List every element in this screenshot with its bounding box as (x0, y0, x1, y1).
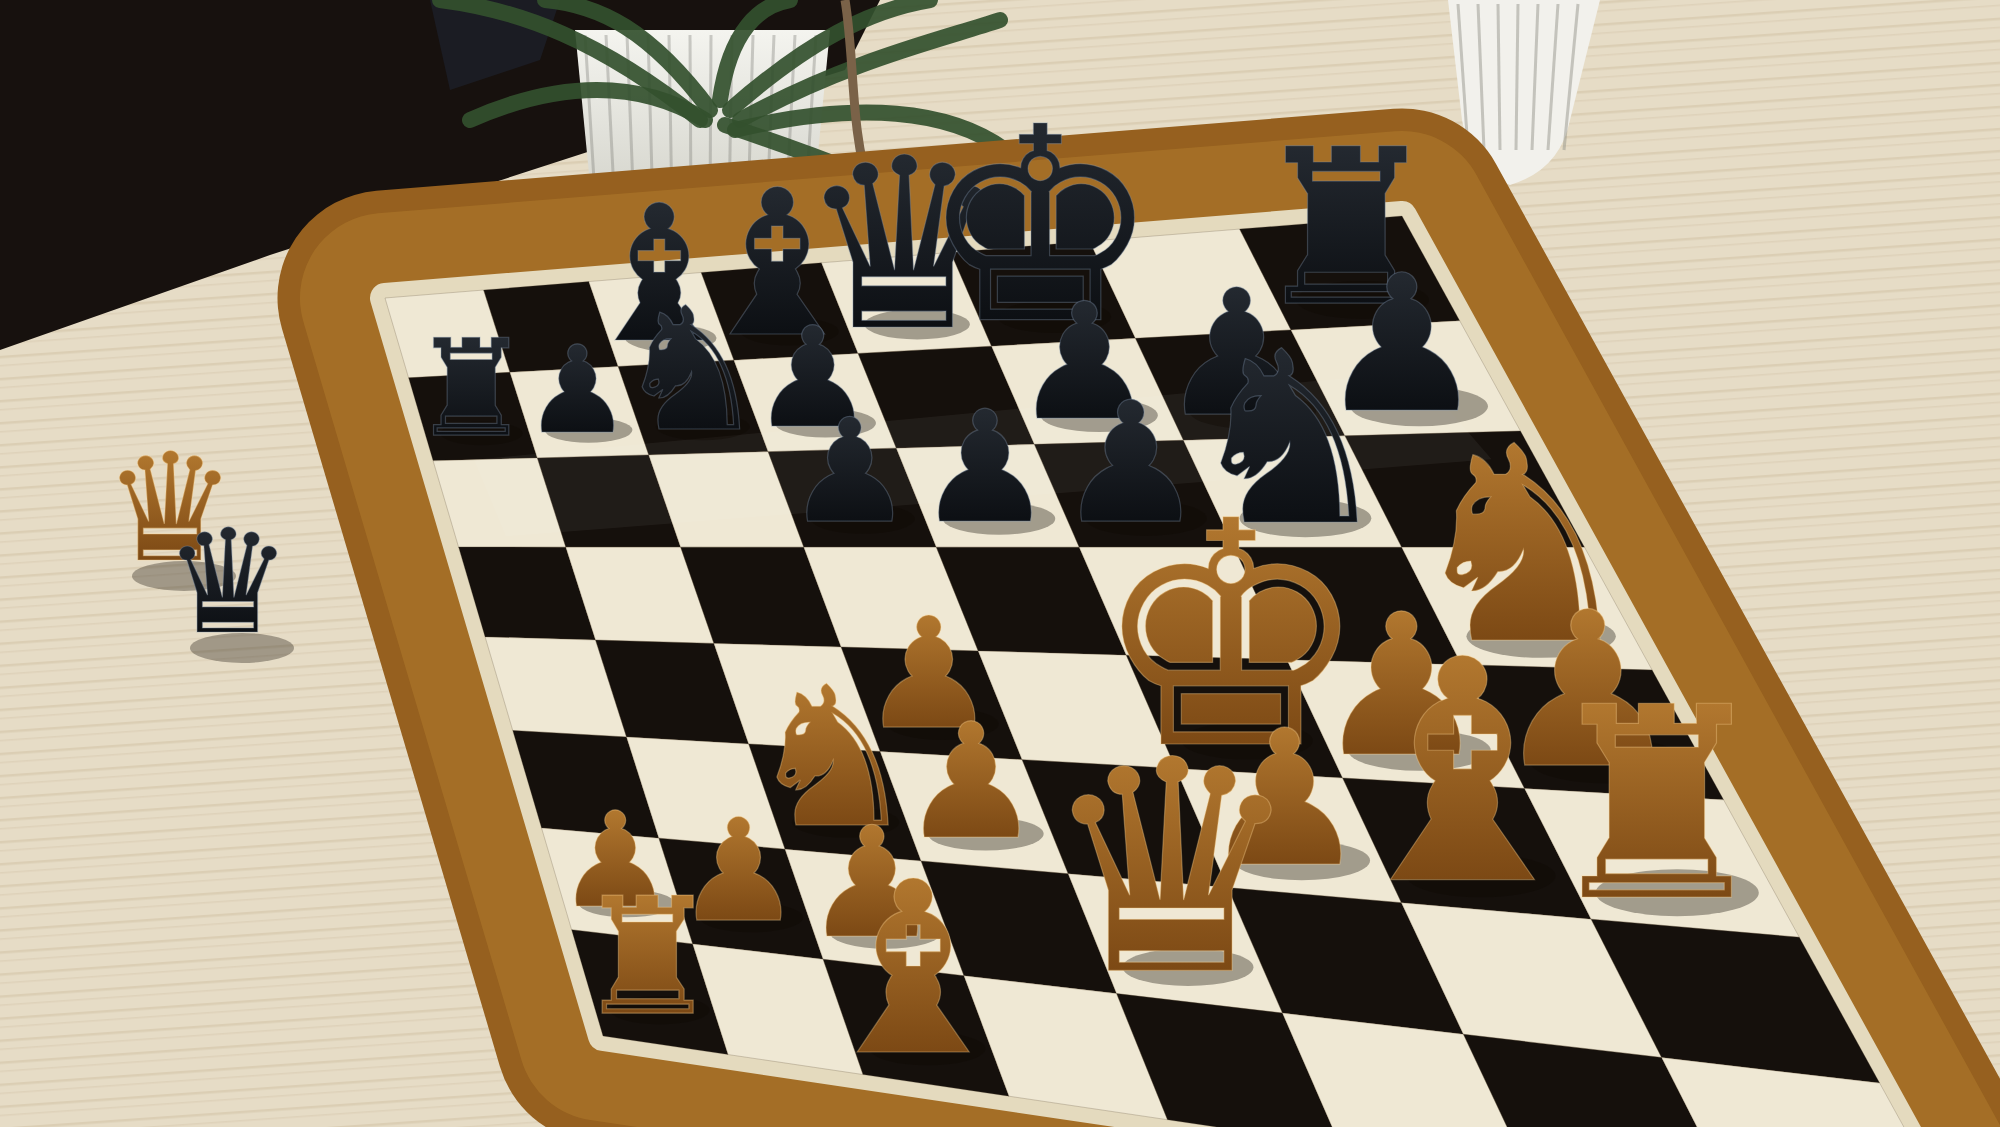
spare-black-queen[interactable]: ♛ (163, 498, 292, 666)
piece-white-bishop-c1[interactable]: ♝ (806, 830, 1020, 1108)
chess-scene: ♝♝♛♚♜♜♟♞♟♟♟♟♟♟♟♞♞♟♚♟♟♞♟♟♝♜♟♟♟♛♜♝♛♛ (0, 0, 2000, 1127)
piece-black-pawn-d6[interactable]: ♟ (785, 388, 914, 555)
piece-white-rook-h3[interactable]: ♜ (1538, 651, 1776, 960)
piece-white-rook-a1[interactable]: ♜ (575, 863, 720, 1051)
piece-white-queen-e2[interactable]: ♛ (1040, 697, 1304, 1039)
piece-black-knight-c7[interactable]: ♞ (615, 271, 768, 469)
piece-black-rook-a7[interactable]: ♜ (411, 311, 531, 467)
piece-black-pawn-e6[interactable]: ♟ (916, 378, 1055, 557)
photo-stage: ♝♝♛♚♜♜♟♞♟♟♟♟♟♟♟♞♞♟♚♟♟♞♟♟♝♜♟♟♟♛♜♝♛♛ (0, 0, 2000, 1127)
